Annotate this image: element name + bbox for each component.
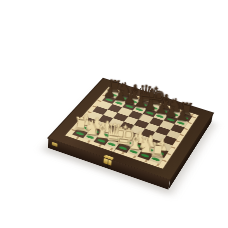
board-orientation-wrapper: ♜♞♝♛♚♝♞♜♟♟♟♟♟♟♟♟♟♟♟♟♟♟♟♟♜♞♝♛♚♝♞♜ bbox=[64, 55, 204, 195]
piece-white-rook: ♜ bbox=[150, 134, 165, 161]
product-photo-scene: ♜♞♝♛♚♝♞♜♟♟♟♟♟♟♟♟♟♟♟♟♟♟♟♟♜♞♝♛♚♝♞♜ bbox=[0, 0, 228, 228]
brass-hinge bbox=[52, 142, 58, 147]
